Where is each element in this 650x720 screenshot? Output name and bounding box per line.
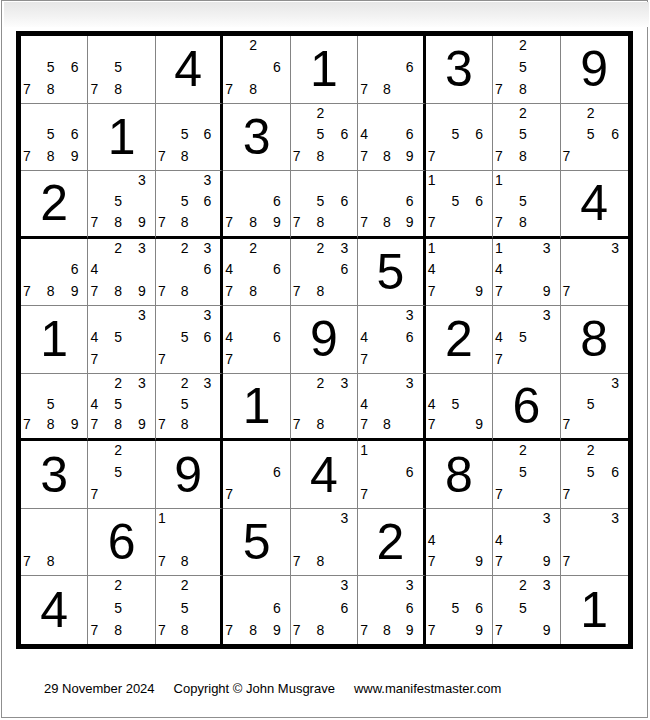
candidate-digit: 8 — [311, 210, 329, 229]
cell-r1c4: 2678 — [223, 36, 290, 104]
empty-candidate-slot — [41, 260, 59, 279]
candidate-digit: 2 — [244, 241, 262, 260]
solved-digit: 3 — [223, 104, 289, 171]
solved-digit: 5 — [358, 239, 422, 306]
pencil-marks: 3478 — [360, 376, 413, 432]
candidate-digit: 5 — [176, 192, 194, 211]
cell-r8c2: 6 — [88, 509, 155, 577]
solved-digit: 1 — [21, 306, 87, 373]
empty-candidate-slot — [495, 308, 513, 327]
candidate-digit: 6 — [465, 598, 483, 618]
footer-date: 29 November 2024 — [44, 681, 155, 696]
empty-candidate-slot — [41, 38, 59, 57]
cell-r9c5: 3678 — [291, 576, 358, 644]
empty-candidate-slot — [378, 192, 396, 211]
candidate-digit: 2 — [176, 241, 194, 260]
empty-candidate-slot — [446, 578, 464, 598]
empty-candidate-slot — [532, 173, 550, 192]
solved-digit: 1 — [88, 104, 154, 171]
empty-candidate-slot — [446, 144, 464, 163]
candidate-digit: 9 — [127, 413, 145, 432]
empty-candidate-slot — [127, 260, 145, 279]
candidate-digit: 7 — [428, 279, 446, 298]
pencil-marks: 3467 — [360, 308, 413, 366]
candidate-digit: 8 — [41, 413, 59, 432]
empty-candidate-slot — [90, 173, 108, 192]
empty-candidate-slot — [563, 260, 582, 279]
candidate-digit: 8 — [41, 279, 59, 298]
candidate-digit: 7 — [360, 347, 378, 366]
candidate-digit: 7 — [90, 482, 108, 501]
candidate-digit: 3 — [600, 511, 619, 530]
empty-candidate-slot — [446, 173, 464, 192]
candidate-digit: 6 — [330, 598, 348, 618]
candidate-digit: 8 — [311, 617, 329, 637]
pencil-marks: 5678 — [293, 173, 348, 229]
empty-candidate-slot — [396, 347, 414, 366]
cell-r4c3: 23678 — [156, 239, 223, 307]
candidate-digit: 1 — [495, 241, 513, 260]
candidate-digit: 6 — [396, 463, 414, 482]
empty-candidate-slot — [60, 394, 78, 413]
candidate-digit: 8 — [109, 76, 127, 95]
empty-candidate-slot — [330, 549, 348, 568]
solved-digit: 2 — [426, 306, 492, 373]
candidate-digit: 7 — [360, 413, 378, 432]
candidate-digit: 7 — [360, 76, 378, 95]
pencil-marks: 2578 — [495, 38, 550, 96]
candidate-digit: 5 — [514, 327, 532, 346]
candidate-digit: 5 — [109, 192, 127, 211]
solved-digit: 9 — [561, 36, 628, 103]
candidate-digit: 3 — [330, 511, 348, 530]
candidate-digit: 7 — [495, 144, 513, 163]
empty-candidate-slot — [495, 463, 513, 482]
empty-candidate-slot — [60, 549, 78, 568]
empty-candidate-slot — [600, 443, 619, 462]
candidate-digit: 4 — [90, 260, 108, 279]
empty-candidate-slot — [330, 413, 348, 432]
candidate-digit: 9 — [532, 549, 550, 568]
cell-r6c2: 2345789 — [88, 374, 155, 442]
cell-r3c7: 1567 — [426, 171, 493, 239]
candidate-digit: 8 — [176, 210, 194, 229]
empty-candidate-slot — [495, 125, 513, 144]
empty-candidate-slot — [396, 76, 414, 95]
empty-candidate-slot — [262, 347, 280, 366]
empty-candidate-slot — [262, 279, 280, 298]
footer-copyright: Copyright © John Musgrave — [174, 681, 335, 696]
empty-candidate-slot — [446, 376, 464, 395]
empty-candidate-slot — [127, 327, 145, 346]
empty-candidate-slot — [532, 38, 550, 57]
empty-candidate-slot — [465, 578, 483, 598]
pencil-marks: 578 — [90, 38, 145, 96]
cell-r5c6: 3467 — [358, 306, 425, 374]
cell-r1c9: 9 — [561, 36, 628, 104]
empty-candidate-slot — [244, 598, 262, 618]
candidate-digit: 8 — [244, 617, 262, 637]
empty-candidate-slot — [90, 192, 108, 211]
empty-candidate-slot — [532, 210, 550, 229]
pencil-marks: 234789 — [90, 241, 145, 299]
empty-candidate-slot — [293, 125, 311, 144]
solved-digit: 3 — [426, 36, 492, 103]
empty-candidate-slot — [225, 192, 243, 211]
candidate-digit: 6 — [396, 125, 414, 144]
candidate-digit: 8 — [41, 549, 59, 568]
pencil-marks: 35789 — [90, 173, 145, 229]
pencil-marks: 2578 — [90, 578, 145, 637]
candidate-digit: 5 — [176, 125, 194, 144]
candidate-digit: 3 — [396, 578, 414, 598]
pencil-marks: 24678 — [225, 241, 280, 299]
candidate-digit: 9 — [60, 144, 78, 163]
empty-candidate-slot — [262, 443, 280, 462]
candidate-digit: 7 — [495, 76, 513, 95]
empty-candidate-slot — [311, 173, 329, 192]
candidate-digit: 4 — [225, 260, 243, 279]
pencil-marks: 4579 — [428, 376, 483, 432]
empty-candidate-slot — [109, 482, 127, 501]
empty-candidate-slot — [244, 192, 262, 211]
pencil-marks: 13479 — [495, 241, 550, 299]
cell-r4c9: 37 — [561, 239, 628, 307]
pencil-marks: 467 — [225, 308, 280, 366]
empty-candidate-slot — [176, 173, 194, 192]
empty-candidate-slot — [41, 241, 59, 260]
empty-candidate-slot — [262, 241, 280, 260]
empty-candidate-slot — [41, 376, 59, 395]
candidate-digit: 5 — [446, 598, 464, 618]
candidate-digit: 1 — [158, 511, 176, 530]
sudoku-board: 5678578426781678325789567891567832567846… — [16, 31, 633, 649]
empty-candidate-slot — [293, 192, 311, 211]
candidate-digit: 7 — [495, 279, 513, 298]
candidate-digit: 4 — [90, 327, 108, 346]
empty-candidate-slot — [428, 192, 446, 211]
cell-r9c7: 5679 — [426, 576, 493, 644]
empty-candidate-slot — [158, 376, 176, 395]
candidate-digit: 6 — [262, 192, 280, 211]
pencil-marks: 5679 — [428, 578, 483, 637]
empty-candidate-slot — [532, 106, 550, 125]
empty-candidate-slot — [60, 530, 78, 549]
candidate-digit: 6 — [60, 57, 78, 76]
cell-r5c2: 3457 — [88, 306, 155, 374]
cell-r2c7: 567 — [426, 104, 493, 172]
footer: 29 November 2024 Copyright © John Musgra… — [44, 681, 501, 696]
candidate-digit: 9 — [396, 144, 414, 163]
pencil-marks: 257 — [90, 443, 145, 501]
empty-candidate-slot — [244, 463, 262, 482]
candidate-digit: 8 — [109, 617, 127, 637]
candidate-digit: 7 — [293, 279, 311, 298]
empty-candidate-slot — [600, 106, 619, 125]
empty-candidate-slot — [194, 106, 212, 125]
candidate-digit: 6 — [262, 598, 280, 618]
solved-digit: 4 — [561, 171, 628, 236]
solved-digit: 3 — [21, 441, 87, 508]
pencil-marks: 25678 — [293, 106, 348, 164]
empty-candidate-slot — [378, 308, 396, 327]
empty-candidate-slot — [158, 125, 176, 144]
candidate-digit: 3 — [330, 376, 348, 395]
empty-candidate-slot — [378, 443, 396, 462]
candidate-digit: 8 — [176, 144, 194, 163]
cell-r1c2: 578 — [88, 36, 155, 104]
candidate-digit: 8 — [378, 144, 396, 163]
candidate-digit: 5 — [109, 327, 127, 346]
candidate-digit: 2 — [581, 106, 600, 125]
candidate-digit: 5 — [109, 394, 127, 413]
cell-r9c8: 23579 — [493, 576, 560, 644]
empty-candidate-slot — [158, 260, 176, 279]
pencil-marks: 1567 — [428, 173, 483, 229]
empty-candidate-slot — [293, 106, 311, 125]
candidate-digit: 6 — [262, 463, 280, 482]
candidate-digit: 3 — [127, 376, 145, 395]
candidate-digit: 3 — [127, 173, 145, 192]
empty-candidate-slot — [378, 106, 396, 125]
empty-candidate-slot — [244, 57, 262, 76]
pencil-marks: 1479 — [428, 241, 483, 299]
candidate-digit: 4 — [495, 260, 513, 279]
candidate-digit: 9 — [60, 413, 78, 432]
empty-candidate-slot — [225, 38, 243, 57]
candidate-digit: 7 — [90, 279, 108, 298]
candidate-digit: 6 — [194, 260, 212, 279]
empty-candidate-slot — [127, 443, 145, 462]
empty-candidate-slot — [563, 443, 582, 462]
empty-candidate-slot — [563, 376, 582, 395]
empty-candidate-slot — [90, 578, 108, 598]
pencil-marks: 36789 — [360, 578, 413, 637]
empty-candidate-slot — [600, 530, 619, 549]
candidate-digit: 3 — [127, 308, 145, 327]
empty-candidate-slot — [330, 210, 348, 229]
empty-candidate-slot — [225, 463, 243, 482]
empty-candidate-slot — [532, 482, 550, 501]
pencil-marks: 6789 — [360, 173, 413, 229]
candidate-digit: 9 — [465, 279, 483, 298]
candidate-digit: 7 — [23, 549, 41, 568]
candidate-digit: 7 — [23, 279, 41, 298]
cell-r3c2: 35789 — [88, 171, 155, 239]
empty-candidate-slot — [360, 106, 378, 125]
candidate-digit: 6 — [194, 327, 212, 346]
empty-candidate-slot — [225, 443, 243, 462]
candidate-digit: 7 — [90, 210, 108, 229]
solved-digit: 8 — [426, 441, 492, 508]
candidate-digit: 7 — [428, 549, 446, 568]
candidate-digit: 7 — [428, 144, 446, 163]
candidate-digit: 4 — [428, 260, 446, 279]
cell-r3c9: 4 — [561, 171, 628, 239]
empty-candidate-slot — [465, 173, 483, 192]
empty-candidate-slot — [90, 598, 108, 618]
empty-candidate-slot — [378, 463, 396, 482]
page-frame: 5678578426781678325789567891567832567846… — [1, 0, 648, 718]
cell-r5c3: 3567 — [156, 306, 223, 374]
pencil-marks: 2578 — [158, 578, 211, 637]
candidate-digit: 2 — [244, 38, 262, 57]
pencil-marks: 3457 — [90, 308, 145, 366]
pencil-marks: 2378 — [293, 376, 348, 432]
candidate-digit: 2 — [109, 241, 127, 260]
candidate-digit: 4 — [360, 125, 378, 144]
empty-candidate-slot — [60, 511, 78, 530]
empty-candidate-slot — [514, 482, 532, 501]
solved-digit: 4 — [21, 576, 87, 644]
empty-candidate-slot — [378, 173, 396, 192]
empty-candidate-slot — [23, 394, 41, 413]
candidate-digit: 8 — [41, 144, 59, 163]
empty-candidate-slot — [532, 463, 550, 482]
empty-candidate-slot — [244, 578, 262, 598]
candidate-digit: 5 — [446, 192, 464, 211]
empty-candidate-slot — [127, 38, 145, 57]
empty-candidate-slot — [446, 279, 464, 298]
candidate-digit: 5 — [514, 598, 532, 618]
empty-candidate-slot — [514, 308, 532, 327]
empty-candidate-slot — [158, 106, 176, 125]
empty-candidate-slot — [90, 241, 108, 260]
cell-r2c1: 56789 — [21, 104, 88, 172]
cell-r3c4: 6789 — [223, 171, 290, 239]
cell-r5c9: 8 — [561, 306, 628, 374]
empty-candidate-slot — [396, 394, 414, 413]
empty-candidate-slot — [378, 482, 396, 501]
candidate-digit: 7 — [495, 617, 513, 637]
empty-candidate-slot — [109, 260, 127, 279]
candidate-digit: 4 — [360, 394, 378, 413]
candidate-digit: 7 — [158, 279, 176, 298]
empty-candidate-slot — [514, 347, 532, 366]
candidate-digit: 5 — [514, 463, 532, 482]
cell-r2c3: 5678 — [156, 104, 223, 172]
empty-candidate-slot — [90, 38, 108, 57]
cell-r8c4: 5 — [223, 509, 290, 577]
empty-candidate-slot — [514, 241, 532, 260]
candidate-digit: 7 — [225, 482, 243, 501]
candidate-digit: 6 — [330, 192, 348, 211]
candidate-digit: 5 — [109, 463, 127, 482]
empty-candidate-slot — [225, 598, 243, 618]
empty-candidate-slot — [158, 241, 176, 260]
pencil-marks: 3678 — [293, 578, 348, 637]
empty-candidate-slot — [428, 125, 446, 144]
pencil-marks: 23579 — [495, 578, 550, 637]
empty-candidate-slot — [127, 578, 145, 598]
candidate-digit: 7 — [293, 413, 311, 432]
empty-candidate-slot — [127, 617, 145, 637]
empty-candidate-slot — [311, 530, 329, 549]
empty-candidate-slot — [360, 57, 378, 76]
candidate-digit: 7 — [158, 347, 176, 366]
candidate-digit: 6 — [465, 125, 483, 144]
cell-r2c8: 2578 — [493, 104, 560, 172]
candidate-digit: 8 — [311, 413, 329, 432]
candidate-digit: 6 — [465, 192, 483, 211]
cell-r7c7: 8 — [426, 441, 493, 509]
empty-candidate-slot — [90, 376, 108, 395]
cell-r6c5: 2378 — [291, 374, 358, 442]
candidate-digit: 1 — [428, 241, 446, 260]
candidate-digit: 8 — [244, 76, 262, 95]
empty-candidate-slot — [293, 260, 311, 279]
candidate-digit: 4 — [428, 394, 446, 413]
empty-candidate-slot — [244, 327, 262, 346]
empty-candidate-slot — [293, 598, 311, 618]
pencil-marks: 167 — [360, 443, 413, 501]
cell-r4c7: 1479 — [426, 239, 493, 307]
pencil-marks: 37 — [563, 241, 619, 299]
empty-candidate-slot — [581, 549, 600, 568]
empty-candidate-slot — [514, 549, 532, 568]
empty-candidate-slot — [563, 511, 582, 530]
empty-candidate-slot — [600, 279, 619, 298]
empty-candidate-slot — [158, 530, 176, 549]
empty-candidate-slot — [563, 241, 582, 260]
cell-r7c4: 67 — [223, 441, 290, 509]
empty-candidate-slot — [330, 173, 348, 192]
empty-candidate-slot — [446, 530, 464, 549]
candidate-digit: 3 — [532, 241, 550, 260]
candidate-digit: 5 — [311, 125, 329, 144]
cell-r9c9: 1 — [561, 576, 628, 644]
empty-candidate-slot — [581, 482, 600, 501]
empty-candidate-slot — [262, 482, 280, 501]
candidate-digit: 7 — [428, 210, 446, 229]
candidate-digit: 8 — [378, 413, 396, 432]
candidate-digit: 2 — [109, 443, 127, 462]
pencil-marks: 567 — [428, 106, 483, 164]
candidate-digit: 6 — [262, 260, 280, 279]
pencil-marks: 3479 — [495, 511, 550, 569]
candidate-digit: 6 — [396, 598, 414, 618]
candidate-digit: 2 — [311, 376, 329, 395]
candidate-digit: 9 — [262, 210, 280, 229]
empty-candidate-slot — [158, 394, 176, 413]
empty-candidate-slot — [23, 57, 41, 76]
candidate-digit: 7 — [90, 76, 108, 95]
candidate-digit: 8 — [378, 617, 396, 637]
empty-candidate-slot — [23, 106, 41, 125]
empty-candidate-slot — [428, 106, 446, 125]
cell-r8c7: 479 — [426, 509, 493, 577]
candidate-digit: 7 — [495, 210, 513, 229]
empty-candidate-slot — [311, 260, 329, 279]
candidate-digit: 7 — [23, 144, 41, 163]
empty-candidate-slot — [446, 210, 464, 229]
solved-digit: 4 — [291, 441, 357, 508]
empty-candidate-slot — [244, 308, 262, 327]
cell-r3c6: 6789 — [358, 171, 425, 239]
candidate-digit: 7 — [225, 279, 243, 298]
solved-digit: 9 — [291, 306, 357, 373]
empty-candidate-slot — [378, 347, 396, 366]
cell-r6c8: 6 — [493, 374, 560, 442]
candidate-digit: 4 — [225, 327, 243, 346]
candidate-digit: 7 — [563, 482, 582, 501]
cell-r4c1: 6789 — [21, 239, 88, 307]
empty-candidate-slot — [194, 347, 212, 366]
empty-candidate-slot — [378, 38, 396, 57]
candidate-digit: 6 — [600, 463, 619, 482]
empty-candidate-slot — [514, 173, 532, 192]
pencil-marks: 23678 — [158, 241, 211, 299]
